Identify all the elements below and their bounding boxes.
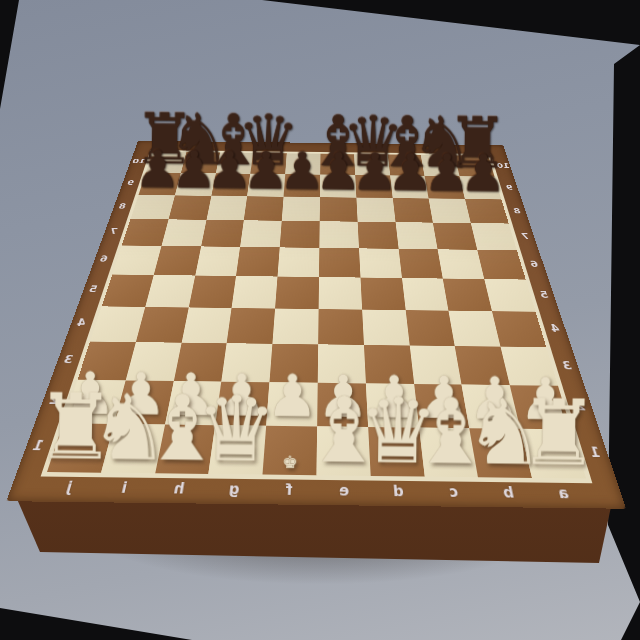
board-square [125,342,181,381]
file-label: g [224,481,244,498]
board-square [145,275,195,307]
board-square [188,276,236,308]
rank-label-left: 9 [123,179,137,186]
board-square [443,279,492,311]
file-label: h [169,480,190,497]
board-square [275,277,319,309]
board-square: ♟ [317,383,368,427]
board-square [168,195,211,220]
rank-label-left: 7 [105,227,120,236]
board-square: ♞ [470,428,533,477]
board-square [280,221,320,248]
board-square [273,308,319,344]
dark-king-piece: ♚ [298,162,308,172]
file-label: c [444,483,464,501]
board-square: ♝ [155,425,216,474]
rank-label-left: 1 [26,438,48,454]
board-square [409,345,462,385]
rank-label-left: 6 [95,254,111,263]
board-square [402,278,449,310]
board-square: ♜ [455,155,495,176]
board-square: ♝ [320,154,355,175]
board-square [232,276,278,308]
board-square: ♝ [317,427,371,476]
board-square [492,311,546,347]
board-square [222,343,273,383]
rank-label-left: 5 [84,284,101,294]
board-square: ♞ [421,155,460,176]
rank-label-right: 7 [518,232,533,241]
board-square [77,341,135,380]
rank-label-right: 1 [584,445,606,461]
board-square: ♝ [419,428,478,477]
board-square: ♜ [47,423,114,472]
board-square [154,246,201,275]
board-square [319,248,360,278]
board-square: ♟ [165,381,222,425]
board-square: ♟ [247,174,285,197]
rank-label-right: 9 [502,184,516,191]
file-label: d [389,483,408,501]
board-square [395,222,438,249]
board-square: ♟ [266,382,317,426]
file-label: f [280,481,298,498]
board-square: ♜ [520,429,586,479]
board-square: ♛ [209,425,267,474]
board-square [195,247,240,276]
board-square [360,278,405,310]
board-square [173,342,226,381]
board-square [362,309,409,345]
board-square: ♟ [320,175,356,198]
rank-label-left: 4 [72,317,90,328]
board-square: ♟ [216,382,270,426]
board-square [227,308,275,344]
board-square: ♟ [460,176,502,199]
board-square: ♚ [263,426,318,475]
board-square [282,197,320,222]
board-square [433,223,477,250]
board-square [398,249,443,279]
board-square [465,199,509,224]
board-square [278,248,320,278]
board-grid: ♜♞♝♛♚♝♛♝♞♜♟♟♟♟♟♟♟♟♟♟♟♟♟♟♟♟♟♟♟♟♜♞♝♛♚♝♛♝♞♜ [47,152,586,479]
rank-label-right: 2 [570,400,590,414]
light-king-piece: ♚ [282,455,298,471]
board-square: ♞ [181,152,220,173]
board-square: ♝ [388,155,425,176]
board-square [236,247,280,277]
board-fillet-border: ♜♞♝♛♚♝♛♝♞♜♟♟♟♟♟♟♟♟♟♟♟♟♟♟♟♟♟♟♟♟♜♞♝♛♚♝♛♝♞♜ [41,150,593,483]
board-square: ♝ [216,153,254,174]
board-square [356,197,395,222]
board-square: ♟ [390,175,429,198]
board-square [393,198,434,223]
board-square [319,221,359,248]
board-square: ♚ [285,153,320,174]
board-square: ♟ [114,381,174,425]
chess-board-perspective-wrapper: ♜♞♝♛♚♝♛♝♞♜♟♟♟♟♟♟♟♟♟♟♟♟♟♟♟♟♟♟♟♟♜♞♝♛♚♝♛♝♞♜… [6,0,634,509]
board-square [405,310,455,346]
board-square [484,279,535,312]
board-square [477,250,525,280]
board-square [501,346,558,386]
rank-label-right: 8 [510,207,524,215]
board-square [357,222,398,249]
board-square: ♜ [146,152,186,173]
board-square: ♟ [284,174,321,197]
board-square [471,223,517,250]
board-square [136,307,189,343]
file-label: b [498,484,519,502]
rank-label-left: 8 [115,202,130,210]
rank-label-right: 4 [546,323,564,335]
board-square [359,248,402,278]
board-square [206,196,247,221]
board-square: ♟ [139,172,181,195]
chess-board: ♜♞♝♛♚♝♛♝♞♜♟♟♟♟♟♟♟♟♟♟♟♟♟♟♟♟♟♟♟♟♜♞♝♛♚♝♛♝♞♜… [6,141,626,509]
rank-label-right: 3 [557,359,576,372]
board-square: ♟ [510,385,571,429]
board-square: ♟ [425,176,465,199]
board-square [122,219,169,246]
rank-label-right: 5 [536,290,553,300]
coordinate-labels: jihgfedcba1010998877665544332211 [138,141,503,145]
board-square [320,197,358,222]
board-square: ♟ [175,173,216,196]
board-square: ♛ [368,427,424,476]
board-square [90,306,145,342]
board-square [161,220,206,247]
rank-label-left: 2 [43,393,64,407]
rank-label-right: 6 [526,260,542,270]
board-square [201,220,244,247]
file-label: j [58,479,81,496]
board-square [429,198,471,223]
board-square [319,277,362,309]
board-square [244,196,284,221]
rank-label-left: 10 [131,158,144,165]
file-label: i [113,479,135,496]
board-square: ♟ [366,384,419,428]
file-label: e [335,482,353,499]
board-square [270,344,319,384]
board-square: ♟ [355,175,392,198]
board-square [318,309,364,345]
rank-label-left: 3 [58,353,77,366]
board-square [318,344,366,384]
board-square: ♟ [414,384,470,428]
file-label: a [552,485,574,503]
board-square: ♟ [211,173,250,196]
board-square: ♛ [251,153,287,174]
rank-label-right: 10 [496,162,509,169]
board-square: ♛ [354,154,390,175]
board-square [240,221,282,248]
board-square [364,345,414,385]
board-square [181,307,231,343]
